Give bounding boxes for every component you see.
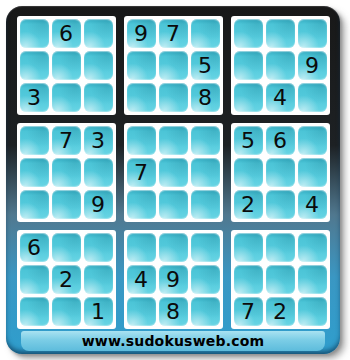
cell-r3c5[interactable] — [159, 83, 188, 112]
cell-r1c2[interactable]: 6 — [52, 19, 81, 48]
cell-r8c2[interactable]: 2 — [52, 265, 81, 294]
site-url-label: www.sudokusweb.com — [82, 333, 265, 349]
cell-r6c3[interactable]: 9 — [84, 190, 113, 219]
cell-r4c8[interactable]: 6 — [266, 126, 295, 155]
cell-r5c4[interactable]: 7 — [127, 158, 156, 187]
cell-r1c1[interactable] — [20, 19, 49, 48]
cell-r1c9[interactable] — [298, 19, 327, 48]
sudoku-grid: 639758947397562462149872 — [16, 16, 330, 329]
cell-r3c1[interactable]: 3 — [20, 83, 49, 112]
cell-r2c4[interactable] — [127, 51, 156, 80]
cell-r8c3[interactable] — [84, 265, 113, 294]
cell-r4c5[interactable] — [159, 126, 188, 155]
box-2: 9758 — [124, 16, 223, 115]
cell-r1c3[interactable] — [84, 19, 113, 48]
cell-r4c1[interactable] — [20, 126, 49, 155]
cell-r5c5[interactable] — [159, 158, 188, 187]
cell-r2c7[interactable] — [234, 51, 263, 80]
cell-r8c8[interactable] — [266, 265, 295, 294]
cell-r5c1[interactable] — [20, 158, 49, 187]
box-6: 5624 — [231, 123, 330, 222]
box-9: 72 — [231, 230, 330, 329]
cell-r5c3[interactable] — [84, 158, 113, 187]
cell-r5c7[interactable] — [234, 158, 263, 187]
cell-r7c2[interactable] — [52, 233, 81, 262]
cell-r7c6[interactable] — [191, 233, 220, 262]
cell-r1c8[interactable] — [266, 19, 295, 48]
cell-r7c4[interactable] — [127, 233, 156, 262]
cell-r2c8[interactable] — [266, 51, 295, 80]
cell-r6c1[interactable] — [20, 190, 49, 219]
site-url-bar: www.sudokusweb.com — [21, 331, 325, 351]
cell-r6c2[interactable] — [52, 190, 81, 219]
cell-r1c7[interactable] — [234, 19, 263, 48]
cell-r6c6[interactable] — [191, 190, 220, 219]
cell-r4c2[interactable]: 7 — [52, 126, 81, 155]
cell-r8c1[interactable] — [20, 265, 49, 294]
cell-r2c1[interactable] — [20, 51, 49, 80]
cell-r9c7[interactable]: 7 — [234, 297, 263, 326]
cell-r5c6[interactable] — [191, 158, 220, 187]
cell-r9c8[interactable]: 2 — [266, 297, 295, 326]
box-1: 63 — [17, 16, 116, 115]
cell-r5c8[interactable] — [266, 158, 295, 187]
box-4: 739 — [17, 123, 116, 222]
cell-r2c9[interactable]: 9 — [298, 51, 327, 80]
cell-r8c5[interactable]: 9 — [159, 265, 188, 294]
cell-r3c9[interactable] — [298, 83, 327, 112]
cell-r9c3[interactable]: 1 — [84, 297, 113, 326]
cell-r4c7[interactable]: 5 — [234, 126, 263, 155]
cell-r6c8[interactable] — [266, 190, 295, 219]
cell-r1c6[interactable] — [191, 19, 220, 48]
cell-r3c7[interactable] — [234, 83, 263, 112]
cell-r2c5[interactable] — [159, 51, 188, 80]
cell-r7c8[interactable] — [266, 233, 295, 262]
cell-r3c4[interactable] — [127, 83, 156, 112]
cell-r4c9[interactable] — [298, 126, 327, 155]
cell-r9c4[interactable] — [127, 297, 156, 326]
box-7: 621 — [17, 230, 116, 329]
cell-r5c2[interactable] — [52, 158, 81, 187]
cell-r6c9[interactable]: 4 — [298, 190, 327, 219]
cell-r7c3[interactable] — [84, 233, 113, 262]
sudoku-board: 639758947397562462149872 www.sudokusweb.… — [6, 6, 340, 354]
cell-r8c7[interactable] — [234, 265, 263, 294]
cell-r6c7[interactable]: 2 — [234, 190, 263, 219]
cell-r9c6[interactable] — [191, 297, 220, 326]
cell-r5c9[interactable] — [298, 158, 327, 187]
cell-r2c6[interactable]: 5 — [191, 51, 220, 80]
cell-r4c4[interactable] — [127, 126, 156, 155]
cell-r7c5[interactable] — [159, 233, 188, 262]
cell-r3c2[interactable] — [52, 83, 81, 112]
cell-r6c5[interactable] — [159, 190, 188, 219]
box-8: 498 — [124, 230, 223, 329]
cell-r9c1[interactable] — [20, 297, 49, 326]
cell-r7c7[interactable] — [234, 233, 263, 262]
cell-r9c5[interactable]: 8 — [159, 297, 188, 326]
cell-r7c1[interactable]: 6 — [20, 233, 49, 262]
cell-r8c9[interactable] — [298, 265, 327, 294]
cell-r1c4[interactable]: 9 — [127, 19, 156, 48]
cell-r8c6[interactable] — [191, 265, 220, 294]
box-3: 94 — [231, 16, 330, 115]
cell-r3c6[interactable]: 8 — [191, 83, 220, 112]
cell-r2c3[interactable] — [84, 51, 113, 80]
cell-r4c6[interactable] — [191, 126, 220, 155]
cell-r3c8[interactable]: 4 — [266, 83, 295, 112]
cell-r9c2[interactable] — [52, 297, 81, 326]
cell-r6c4[interactable] — [127, 190, 156, 219]
cell-r8c4[interactable]: 4 — [127, 265, 156, 294]
cell-r7c9[interactable] — [298, 233, 327, 262]
box-5: 7 — [124, 123, 223, 222]
cell-r1c5[interactable]: 7 — [159, 19, 188, 48]
cell-r2c2[interactable] — [52, 51, 81, 80]
cell-r9c9[interactable] — [298, 297, 327, 326]
cell-r3c3[interactable] — [84, 83, 113, 112]
cell-r4c3[interactable]: 3 — [84, 126, 113, 155]
